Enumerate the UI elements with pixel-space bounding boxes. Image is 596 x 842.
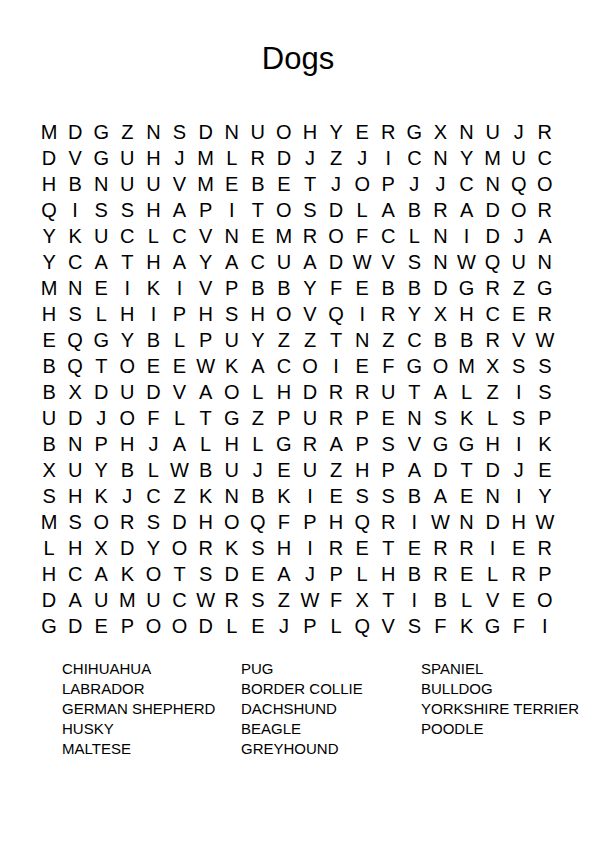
- grid-cell[interactable]: G: [454, 275, 480, 301]
- grid-cell[interactable]: Y: [193, 249, 219, 275]
- grid-cell[interactable]: S: [62, 510, 88, 536]
- grid-cell[interactable]: C: [480, 301, 506, 327]
- grid-cell[interactable]: N: [480, 484, 506, 510]
- grid-cell[interactable]: N: [427, 145, 453, 171]
- grid-cell[interactable]: E: [245, 223, 271, 249]
- grid-cell[interactable]: T: [245, 197, 271, 223]
- grid-cell[interactable]: L: [454, 379, 480, 405]
- grid-cell[interactable]: U: [114, 379, 140, 405]
- grid-cell[interactable]: T: [88, 353, 114, 379]
- grid-cell[interactable]: N: [88, 171, 114, 197]
- grid-cell[interactable]: O: [297, 353, 323, 379]
- grid-cell[interactable]: U: [219, 327, 245, 353]
- grid-cell[interactable]: I: [375, 145, 401, 171]
- grid-cell[interactable]: A: [245, 353, 271, 379]
- grid-cell[interactable]: R: [323, 406, 349, 432]
- grid-cell[interactable]: S: [506, 353, 532, 379]
- grid-cell[interactable]: P: [349, 406, 375, 432]
- grid-cell[interactable]: W: [193, 353, 219, 379]
- grid-cell[interactable]: A: [297, 249, 323, 275]
- grid-cell[interactable]: E: [506, 588, 532, 614]
- grid-cell[interactable]: B: [140, 327, 166, 353]
- grid-cell[interactable]: S: [401, 614, 427, 640]
- grid-cell[interactable]: N: [219, 223, 245, 249]
- grid-cell[interactable]: K: [219, 353, 245, 379]
- grid-cell[interactable]: F: [506, 614, 532, 640]
- grid-cell[interactable]: L: [245, 379, 271, 405]
- grid-cell[interactable]: Q: [480, 249, 506, 275]
- grid-cell[interactable]: M: [454, 353, 480, 379]
- grid-cell[interactable]: D: [193, 119, 219, 145]
- grid-cell[interactable]: F: [323, 275, 349, 301]
- grid-cell[interactable]: D: [36, 145, 62, 171]
- grid-cell[interactable]: C: [62, 562, 88, 588]
- grid-cell[interactable]: W: [297, 588, 323, 614]
- grid-cell[interactable]: G: [36, 614, 62, 640]
- grid-cell[interactable]: B: [454, 327, 480, 353]
- grid-cell[interactable]: R: [193, 536, 219, 562]
- grid-cell[interactable]: U: [114, 145, 140, 171]
- grid-cell[interactable]: R: [506, 562, 532, 588]
- grid-cell[interactable]: S: [349, 484, 375, 510]
- grid-cell[interactable]: W: [427, 510, 453, 536]
- grid-cell[interactable]: O: [323, 223, 349, 249]
- grid-cell[interactable]: V: [401, 432, 427, 458]
- grid-cell[interactable]: K: [88, 484, 114, 510]
- grid-cell[interactable]: W: [454, 249, 480, 275]
- grid-cell[interactable]: X: [480, 353, 506, 379]
- grid-cell[interactable]: D: [297, 379, 323, 405]
- grid-cell[interactable]: O: [88, 510, 114, 536]
- grid-cell[interactable]: B: [401, 562, 427, 588]
- grid-cell[interactable]: A: [88, 249, 114, 275]
- grid-cell[interactable]: U: [88, 223, 114, 249]
- grid-cell[interactable]: L: [401, 223, 427, 249]
- grid-cell[interactable]: O: [219, 379, 245, 405]
- grid-cell[interactable]: U: [506, 249, 532, 275]
- grid-cell[interactable]: L: [88, 301, 114, 327]
- grid-cell[interactable]: F: [140, 406, 166, 432]
- grid-cell[interactable]: D: [427, 275, 453, 301]
- grid-cell[interactable]: H: [245, 301, 271, 327]
- grid-cell[interactable]: Q: [323, 301, 349, 327]
- grid-cell[interactable]: J: [271, 614, 297, 640]
- grid-cell[interactable]: A: [166, 432, 192, 458]
- grid-cell[interactable]: H: [36, 171, 62, 197]
- grid-cell[interactable]: A: [532, 223, 558, 249]
- grid-cell[interactable]: I: [140, 301, 166, 327]
- grid-cell[interactable]: Q: [349, 614, 375, 640]
- grid-cell[interactable]: P: [532, 562, 558, 588]
- grid-cell[interactable]: P: [532, 406, 558, 432]
- grid-cell[interactable]: I: [62, 197, 88, 223]
- grid-cell[interactable]: D: [219, 562, 245, 588]
- grid-cell[interactable]: B: [62, 171, 88, 197]
- grid-cell[interactable]: R: [349, 379, 375, 405]
- grid-cell[interactable]: T: [297, 171, 323, 197]
- grid-cell[interactable]: B: [36, 432, 62, 458]
- grid-cell[interactable]: J: [140, 432, 166, 458]
- grid-cell[interactable]: Y: [323, 119, 349, 145]
- grid-cell[interactable]: I: [401, 588, 427, 614]
- grid-cell[interactable]: P: [375, 171, 401, 197]
- grid-cell[interactable]: Y: [532, 484, 558, 510]
- grid-cell[interactable]: G: [427, 432, 453, 458]
- grid-cell[interactable]: E: [36, 327, 62, 353]
- grid-cell[interactable]: G: [480, 614, 506, 640]
- grid-cell[interactable]: J: [506, 119, 532, 145]
- grid-cell[interactable]: C: [245, 249, 271, 275]
- grid-cell[interactable]: Y: [401, 301, 427, 327]
- grid-cell[interactable]: A: [166, 197, 192, 223]
- grid-cell[interactable]: T: [375, 536, 401, 562]
- grid-cell[interactable]: I: [506, 484, 532, 510]
- grid-cell[interactable]: H: [480, 432, 506, 458]
- grid-cell[interactable]: F: [349, 223, 375, 249]
- grid-cell[interactable]: B: [375, 275, 401, 301]
- grid-cell[interactable]: O: [166, 536, 192, 562]
- grid-cell[interactable]: O: [506, 197, 532, 223]
- grid-cell[interactable]: O: [140, 614, 166, 640]
- grid-cell[interactable]: X: [88, 536, 114, 562]
- grid-cell[interactable]: T: [193, 406, 219, 432]
- grid-cell[interactable]: Z: [245, 406, 271, 432]
- grid-cell[interactable]: H: [114, 432, 140, 458]
- grid-cell[interactable]: U: [36, 406, 62, 432]
- grid-cell[interactable]: H: [140, 145, 166, 171]
- grid-cell[interactable]: S: [375, 432, 401, 458]
- grid-cell[interactable]: D: [480, 223, 506, 249]
- grid-cell[interactable]: S: [532, 353, 558, 379]
- grid-cell[interactable]: J: [349, 145, 375, 171]
- grid-cell[interactable]: L: [245, 432, 271, 458]
- grid-cell[interactable]: M: [193, 145, 219, 171]
- grid-cell[interactable]: T: [166, 562, 192, 588]
- grid-cell[interactable]: N: [454, 510, 480, 536]
- grid-cell[interactable]: N: [532, 249, 558, 275]
- grid-cell[interactable]: O: [532, 588, 558, 614]
- grid-cell[interactable]: V: [193, 275, 219, 301]
- grid-cell[interactable]: D: [480, 197, 506, 223]
- grid-cell[interactable]: K: [454, 614, 480, 640]
- grid-cell[interactable]: T: [375, 588, 401, 614]
- grid-cell[interactable]: J: [506, 458, 532, 484]
- grid-cell[interactable]: U: [271, 249, 297, 275]
- grid-cell[interactable]: I: [480, 536, 506, 562]
- grid-cell[interactable]: O: [271, 197, 297, 223]
- grid-cell[interactable]: P: [297, 510, 323, 536]
- grid-cell[interactable]: D: [62, 406, 88, 432]
- grid-cell[interactable]: I: [532, 614, 558, 640]
- grid-cell[interactable]: D: [480, 510, 506, 536]
- grid-cell[interactable]: U: [245, 119, 271, 145]
- grid-cell[interactable]: B: [245, 275, 271, 301]
- grid-cell[interactable]: E: [271, 171, 297, 197]
- grid-cell[interactable]: E: [532, 458, 558, 484]
- grid-cell[interactable]: Q: [245, 510, 271, 536]
- grid-cell[interactable]: K: [114, 562, 140, 588]
- grid-cell[interactable]: Z: [297, 327, 323, 353]
- grid-cell[interactable]: A: [271, 562, 297, 588]
- grid-cell[interactable]: O: [349, 171, 375, 197]
- grid-cell[interactable]: S: [297, 197, 323, 223]
- grid-cell[interactable]: E: [349, 536, 375, 562]
- grid-cell[interactable]: R: [532, 119, 558, 145]
- grid-cell[interactable]: R: [245, 145, 271, 171]
- grid-cell[interactable]: G: [88, 327, 114, 353]
- grid-cell[interactable]: T: [114, 249, 140, 275]
- grid-cell[interactable]: H: [140, 249, 166, 275]
- grid-cell[interactable]: J: [427, 171, 453, 197]
- grid-cell[interactable]: I: [297, 484, 323, 510]
- grid-cell[interactable]: D: [114, 536, 140, 562]
- grid-cell[interactable]: Z: [480, 379, 506, 405]
- grid-cell[interactable]: M: [271, 223, 297, 249]
- grid-cell[interactable]: S: [532, 379, 558, 405]
- grid-cell[interactable]: M: [193, 171, 219, 197]
- grid-cell[interactable]: E: [454, 484, 480, 510]
- grid-cell[interactable]: K: [454, 406, 480, 432]
- grid-cell[interactable]: F: [271, 510, 297, 536]
- grid-cell[interactable]: Y: [245, 327, 271, 353]
- grid-cell[interactable]: E: [349, 353, 375, 379]
- grid-cell[interactable]: H: [271, 379, 297, 405]
- grid-cell[interactable]: M: [36, 510, 62, 536]
- grid-cell[interactable]: L: [140, 223, 166, 249]
- grid-cell[interactable]: H: [62, 536, 88, 562]
- grid-cell[interactable]: R: [427, 197, 453, 223]
- grid-cell[interactable]: N: [427, 223, 453, 249]
- grid-cell[interactable]: B: [114, 458, 140, 484]
- grid-cell[interactable]: E: [401, 536, 427, 562]
- grid-cell[interactable]: L: [323, 614, 349, 640]
- grid-cell[interactable]: E: [506, 536, 532, 562]
- grid-cell[interactable]: R: [297, 432, 323, 458]
- grid-cell[interactable]: S: [401, 249, 427, 275]
- grid-cell[interactable]: Z: [506, 275, 532, 301]
- grid-cell[interactable]: R: [297, 223, 323, 249]
- grid-cell[interactable]: N: [219, 119, 245, 145]
- grid-cell[interactable]: P: [349, 432, 375, 458]
- grid-cell[interactable]: U: [140, 588, 166, 614]
- grid-cell[interactable]: A: [88, 562, 114, 588]
- grid-cell[interactable]: G: [401, 119, 427, 145]
- grid-cell[interactable]: J: [297, 562, 323, 588]
- grid-cell[interactable]: B: [401, 275, 427, 301]
- grid-cell[interactable]: U: [506, 145, 532, 171]
- grid-cell[interactable]: P: [193, 197, 219, 223]
- grid-cell[interactable]: U: [480, 119, 506, 145]
- grid-cell[interactable]: S: [88, 197, 114, 223]
- grid-cell[interactable]: B: [427, 327, 453, 353]
- grid-cell[interactable]: A: [193, 379, 219, 405]
- grid-cell[interactable]: V: [297, 301, 323, 327]
- grid-cell[interactable]: U: [375, 379, 401, 405]
- grid-cell[interactable]: R: [427, 562, 453, 588]
- grid-cell[interactable]: N: [62, 432, 88, 458]
- grid-cell[interactable]: N: [62, 275, 88, 301]
- grid-cell[interactable]: H: [297, 119, 323, 145]
- grid-cell[interactable]: P: [271, 406, 297, 432]
- grid-cell[interactable]: T: [323, 327, 349, 353]
- grid-cell[interactable]: C: [166, 588, 192, 614]
- grid-cell[interactable]: R: [323, 536, 349, 562]
- grid-cell[interactable]: W: [349, 249, 375, 275]
- grid-cell[interactable]: P: [88, 432, 114, 458]
- grid-cell[interactable]: D: [323, 197, 349, 223]
- grid-cell[interactable]: H: [323, 510, 349, 536]
- grid-cell[interactable]: R: [323, 379, 349, 405]
- grid-cell[interactable]: I: [349, 301, 375, 327]
- grid-cell[interactable]: R: [480, 275, 506, 301]
- grid-cell[interactable]: S: [166, 119, 192, 145]
- grid-cell[interactable]: E: [166, 353, 192, 379]
- grid-cell[interactable]: L: [219, 614, 245, 640]
- grid-cell[interactable]: O: [532, 171, 558, 197]
- grid-cell[interactable]: E: [375, 406, 401, 432]
- grid-cell[interactable]: F: [323, 588, 349, 614]
- grid-cell[interactable]: Z: [271, 588, 297, 614]
- grid-cell[interactable]: D: [62, 119, 88, 145]
- grid-cell[interactable]: J: [114, 484, 140, 510]
- grid-cell[interactable]: D: [140, 379, 166, 405]
- grid-cell[interactable]: U: [140, 171, 166, 197]
- grid-cell[interactable]: E: [140, 353, 166, 379]
- grid-cell[interactable]: V: [375, 614, 401, 640]
- grid-cell[interactable]: W: [532, 510, 558, 536]
- grid-cell[interactable]: Y: [114, 327, 140, 353]
- grid-cell[interactable]: R: [219, 588, 245, 614]
- grid-cell[interactable]: S: [427, 406, 453, 432]
- grid-cell[interactable]: L: [36, 536, 62, 562]
- grid-cell[interactable]: R: [427, 536, 453, 562]
- grid-cell[interactable]: R: [375, 119, 401, 145]
- grid-cell[interactable]: X: [427, 301, 453, 327]
- grid-cell[interactable]: B: [245, 484, 271, 510]
- grid-cell[interactable]: B: [193, 458, 219, 484]
- grid-cell[interactable]: L: [219, 145, 245, 171]
- grid-cell[interactable]: J: [166, 145, 192, 171]
- grid-cell[interactable]: O: [140, 562, 166, 588]
- grid-cell[interactable]: S: [375, 484, 401, 510]
- grid-cell[interactable]: H: [36, 301, 62, 327]
- grid-cell[interactable]: L: [349, 197, 375, 223]
- grid-cell[interactable]: V: [166, 171, 192, 197]
- grid-cell[interactable]: E: [271, 458, 297, 484]
- grid-cell[interactable]: Q: [62, 353, 88, 379]
- grid-cell[interactable]: Y: [140, 536, 166, 562]
- grid-cell[interactable]: H: [349, 458, 375, 484]
- grid-cell[interactable]: U: [219, 458, 245, 484]
- grid-cell[interactable]: O: [271, 301, 297, 327]
- grid-cell[interactable]: J: [245, 458, 271, 484]
- grid-cell[interactable]: V: [506, 327, 532, 353]
- grid-cell[interactable]: E: [219, 171, 245, 197]
- grid-cell[interactable]: A: [166, 249, 192, 275]
- grid-cell[interactable]: V: [375, 249, 401, 275]
- grid-cell[interactable]: H: [140, 197, 166, 223]
- grid-cell[interactable]: I: [401, 510, 427, 536]
- grid-cell[interactable]: X: [36, 458, 62, 484]
- grid-cell[interactable]: O: [114, 406, 140, 432]
- grid-cell[interactable]: R: [532, 197, 558, 223]
- grid-cell[interactable]: Q: [349, 510, 375, 536]
- grid-cell[interactable]: Q: [506, 171, 532, 197]
- grid-cell[interactable]: D: [323, 249, 349, 275]
- grid-cell[interactable]: C: [62, 249, 88, 275]
- grid-cell[interactable]: B: [271, 275, 297, 301]
- grid-cell[interactable]: B: [36, 379, 62, 405]
- grid-cell[interactable]: N: [454, 119, 480, 145]
- grid-cell[interactable]: G: [88, 119, 114, 145]
- grid-cell[interactable]: L: [480, 406, 506, 432]
- grid-cell[interactable]: C: [454, 171, 480, 197]
- grid-cell[interactable]: M: [36, 119, 62, 145]
- grid-cell[interactable]: H: [114, 301, 140, 327]
- grid-cell[interactable]: D: [193, 614, 219, 640]
- grid-cell[interactable]: X: [349, 588, 375, 614]
- grid-cell[interactable]: L: [349, 562, 375, 588]
- grid-cell[interactable]: A: [427, 379, 453, 405]
- grid-cell[interactable]: A: [427, 484, 453, 510]
- grid-cell[interactable]: G: [401, 353, 427, 379]
- grid-cell[interactable]: P: [375, 458, 401, 484]
- grid-cell[interactable]: B: [36, 353, 62, 379]
- grid-cell[interactable]: U: [297, 458, 323, 484]
- grid-cell[interactable]: V: [166, 379, 192, 405]
- grid-cell[interactable]: S: [114, 197, 140, 223]
- grid-cell[interactable]: A: [323, 432, 349, 458]
- grid-cell[interactable]: O: [166, 614, 192, 640]
- grid-cell[interactable]: A: [454, 197, 480, 223]
- grid-cell[interactable]: P: [193, 327, 219, 353]
- grid-cell[interactable]: I: [506, 379, 532, 405]
- grid-cell[interactable]: E: [88, 275, 114, 301]
- grid-cell[interactable]: Q: [62, 327, 88, 353]
- grid-cell[interactable]: S: [193, 562, 219, 588]
- grid-cell[interactable]: U: [88, 588, 114, 614]
- grid-cell[interactable]: B: [401, 197, 427, 223]
- grid-cell[interactable]: M: [480, 145, 506, 171]
- grid-cell[interactable]: H: [375, 562, 401, 588]
- grid-cell[interactable]: Z: [375, 327, 401, 353]
- grid-cell[interactable]: P: [323, 562, 349, 588]
- grid-cell[interactable]: Z: [323, 145, 349, 171]
- grid-cell[interactable]: Z: [114, 119, 140, 145]
- grid-cell[interactable]: Y: [454, 145, 480, 171]
- grid-cell[interactable]: J: [297, 145, 323, 171]
- grid-cell[interactable]: X: [62, 379, 88, 405]
- grid-cell[interactable]: E: [323, 484, 349, 510]
- grid-cell[interactable]: K: [62, 223, 88, 249]
- grid-cell[interactable]: L: [454, 588, 480, 614]
- grid-cell[interactable]: T: [401, 379, 427, 405]
- grid-cell[interactable]: C: [532, 145, 558, 171]
- grid-cell[interactable]: D: [480, 458, 506, 484]
- grid-cell[interactable]: H: [506, 510, 532, 536]
- grid-cell[interactable]: S: [36, 484, 62, 510]
- grid-cell[interactable]: K: [271, 484, 297, 510]
- grid-cell[interactable]: A: [401, 458, 427, 484]
- grid-cell[interactable]: N: [349, 327, 375, 353]
- grid-cell[interactable]: J: [88, 406, 114, 432]
- grid-cell[interactable]: D: [427, 458, 453, 484]
- grid-cell[interactable]: M: [36, 275, 62, 301]
- grid-cell[interactable]: A: [62, 588, 88, 614]
- grid-cell[interactable]: H: [454, 301, 480, 327]
- grid-cell[interactable]: E: [506, 301, 532, 327]
- grid-cell[interactable]: I: [323, 353, 349, 379]
